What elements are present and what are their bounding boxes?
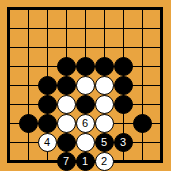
stone-move-5: 5: [95, 133, 114, 152]
move-number: 2: [101, 156, 107, 167]
move-number: 1: [82, 156, 88, 167]
stone-white: [95, 76, 114, 95]
grid-line-vertical-7: [142, 9, 143, 161]
stone-white: [95, 95, 114, 114]
stone-black: [76, 57, 95, 76]
stone-black: [114, 76, 133, 95]
stone-black: [57, 76, 76, 95]
stone-white: [57, 95, 76, 114]
move-number: 3: [120, 137, 126, 148]
stone-black: [95, 57, 114, 76]
stone-black: [114, 57, 133, 76]
move-number: 6: [82, 118, 88, 129]
stone-black: [19, 114, 38, 133]
stone-black: [38, 76, 57, 95]
stone-white: [95, 114, 114, 133]
move-number: 4: [44, 137, 50, 148]
go-board[interactable]: 6453712: [0, 0, 171, 171]
move-number: 5: [101, 137, 107, 148]
stone-black: [114, 95, 133, 114]
stone-black: [38, 95, 57, 114]
stone-move-6: 6: [76, 114, 95, 133]
stone-move-7: 7: [57, 152, 76, 171]
stone-black: [133, 114, 152, 133]
stone-white: [57, 114, 76, 133]
stone-black: [38, 114, 57, 133]
stone-white: [76, 133, 95, 152]
stone-black: [57, 133, 76, 152]
stone-move-2: 2: [95, 152, 114, 171]
go-diagram: 6453712: [0, 0, 171, 171]
stone-move-4: 4: [38, 133, 57, 152]
stone-black: [57, 57, 76, 76]
stone-move-1: 1: [76, 152, 95, 171]
stone-black: [76, 95, 95, 114]
stone-white: [76, 76, 95, 95]
stone-move-3: 3: [114, 133, 133, 152]
move-number: 7: [63, 156, 69, 167]
